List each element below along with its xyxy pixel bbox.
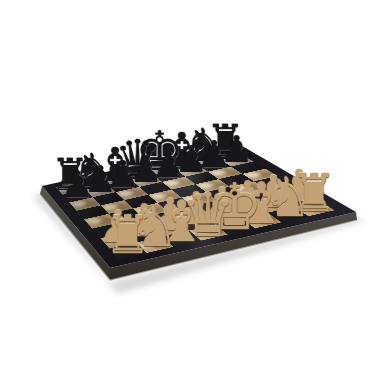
chess-set-product-photo: ♜♞♟♝♟♚♟♛♟♝♟♞♟♜♟♟♟♟♜♟♞♟♝♟♚♟♛♟♝♟♞♜ [0,0,380,380]
